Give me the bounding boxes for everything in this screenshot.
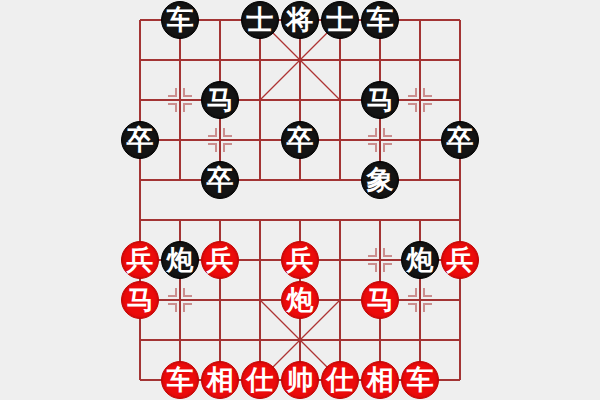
piece-black-cannon-left[interactable]: 炮 bbox=[161, 241, 199, 279]
piece-red-elephant-left[interactable]: 相 bbox=[201, 361, 239, 399]
piece-black-horse-right[interactable]: 马 bbox=[361, 81, 399, 119]
piece-black-general[interactable]: 将 bbox=[281, 1, 319, 39]
piece-black-elephant[interactable]: 象 bbox=[361, 161, 399, 199]
piece-black-chariot-left[interactable]: 车 bbox=[161, 1, 199, 39]
piece-black-cannon-right[interactable]: 炮 bbox=[401, 241, 439, 279]
piece-red-cannon[interactable]: 炮 bbox=[281, 281, 319, 319]
piece-black-advisor-right[interactable]: 士 bbox=[321, 1, 359, 39]
piece-black-horse-left[interactable]: 马 bbox=[201, 81, 239, 119]
piece-black-soldier-file1[interactable]: 卒 bbox=[121, 121, 159, 159]
piece-layer: 车士将士车马马卒卒卒卒象炮炮兵兵兵兵马炮马车相仕帅仕相车 bbox=[0, 0, 600, 400]
piece-red-chariot-right[interactable]: 车 bbox=[401, 361, 439, 399]
piece-red-horse-right[interactable]: 马 bbox=[361, 281, 399, 319]
piece-red-chariot-left[interactable]: 车 bbox=[161, 361, 199, 399]
piece-red-advisor-right[interactable]: 仕 bbox=[321, 361, 359, 399]
piece-red-advisor-left[interactable]: 仕 bbox=[241, 361, 279, 399]
piece-black-chariot-right[interactable]: 车 bbox=[361, 1, 399, 39]
piece-black-soldier-file5[interactable]: 卒 bbox=[281, 121, 319, 159]
piece-red-general[interactable]: 帅 bbox=[281, 361, 319, 399]
piece-red-horse-left[interactable]: 马 bbox=[121, 281, 159, 319]
piece-red-soldier-file1[interactable]: 兵 bbox=[121, 241, 159, 279]
xiangqi-board[interactable]: 车士将士车马马卒卒卒卒象炮炮兵兵兵兵马炮马车相仕帅仕相车 bbox=[0, 0, 600, 400]
piece-black-soldier-file3[interactable]: 卒 bbox=[201, 161, 239, 199]
piece-red-soldier-file5[interactable]: 兵 bbox=[281, 241, 319, 279]
piece-black-advisor-left[interactable]: 士 bbox=[241, 1, 279, 39]
piece-red-elephant-right[interactable]: 相 bbox=[361, 361, 399, 399]
piece-red-soldier-file9[interactable]: 兵 bbox=[441, 241, 479, 279]
piece-black-soldier-file9[interactable]: 卒 bbox=[441, 121, 479, 159]
piece-red-soldier-file3[interactable]: 兵 bbox=[201, 241, 239, 279]
